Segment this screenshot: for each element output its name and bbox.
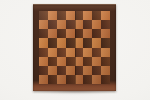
square-e2[interactable] bbox=[75, 66, 84, 75]
square-d3[interactable] bbox=[66, 57, 75, 66]
square-h6[interactable] bbox=[101, 29, 110, 38]
square-f5[interactable] bbox=[83, 38, 92, 47]
square-e1[interactable] bbox=[75, 75, 84, 84]
square-d1[interactable] bbox=[66, 75, 75, 84]
board-play-area bbox=[39, 11, 110, 84]
square-f1[interactable] bbox=[83, 75, 92, 84]
square-d5[interactable] bbox=[66, 38, 75, 47]
square-a1[interactable] bbox=[39, 75, 48, 84]
square-c1[interactable] bbox=[57, 75, 66, 84]
square-f7[interactable] bbox=[83, 20, 92, 29]
square-c4[interactable] bbox=[57, 48, 66, 57]
square-a3[interactable] bbox=[39, 57, 48, 66]
square-b4[interactable] bbox=[48, 48, 57, 57]
square-b6[interactable] bbox=[48, 29, 57, 38]
square-c8[interactable] bbox=[57, 11, 66, 20]
square-e5[interactable] bbox=[75, 38, 84, 47]
square-d7[interactable] bbox=[66, 20, 75, 29]
square-h8[interactable] bbox=[101, 11, 110, 20]
chessboard bbox=[33, 4, 116, 91]
square-a2[interactable] bbox=[39, 66, 48, 75]
square-g1[interactable] bbox=[92, 75, 101, 84]
square-e3[interactable] bbox=[75, 57, 84, 66]
square-c3[interactable] bbox=[57, 57, 66, 66]
square-a5[interactable] bbox=[39, 38, 48, 47]
square-b3[interactable] bbox=[48, 57, 57, 66]
square-g8[interactable] bbox=[92, 11, 101, 20]
square-e4[interactable] bbox=[75, 48, 84, 57]
square-f6[interactable] bbox=[83, 29, 92, 38]
board-fold-seam-icon bbox=[75, 11, 76, 84]
square-b5[interactable] bbox=[48, 38, 57, 47]
square-f3[interactable] bbox=[83, 57, 92, 66]
square-b2[interactable] bbox=[48, 66, 57, 75]
square-f8[interactable] bbox=[83, 11, 92, 20]
square-c6[interactable] bbox=[57, 29, 66, 38]
square-d4[interactable] bbox=[66, 48, 75, 57]
square-d2[interactable] bbox=[66, 66, 75, 75]
square-g5[interactable] bbox=[92, 38, 101, 47]
square-a7[interactable] bbox=[39, 20, 48, 29]
square-h1[interactable] bbox=[101, 75, 110, 84]
square-c7[interactable] bbox=[57, 20, 66, 29]
square-e7[interactable] bbox=[75, 20, 84, 29]
square-d6[interactable] bbox=[66, 29, 75, 38]
square-c5[interactable] bbox=[57, 38, 66, 47]
square-a8[interactable] bbox=[39, 11, 48, 20]
square-h4[interactable] bbox=[101, 48, 110, 57]
square-g4[interactable] bbox=[92, 48, 101, 57]
square-f4[interactable] bbox=[83, 48, 92, 57]
square-f2[interactable] bbox=[83, 66, 92, 75]
square-a6[interactable] bbox=[39, 29, 48, 38]
square-b7[interactable] bbox=[48, 20, 57, 29]
gallery-wall bbox=[0, 0, 150, 100]
square-g3[interactable] bbox=[92, 57, 101, 66]
square-h5[interactable] bbox=[101, 38, 110, 47]
square-c2[interactable] bbox=[57, 66, 66, 75]
square-h3[interactable] bbox=[101, 57, 110, 66]
square-a4[interactable] bbox=[39, 48, 48, 57]
square-h7[interactable] bbox=[101, 20, 110, 29]
square-b1[interactable] bbox=[48, 75, 57, 84]
square-h2[interactable] bbox=[101, 66, 110, 75]
square-d8[interactable] bbox=[66, 11, 75, 20]
square-e6[interactable] bbox=[75, 29, 84, 38]
square-e8[interactable] bbox=[75, 11, 84, 20]
square-g2[interactable] bbox=[92, 66, 101, 75]
square-b8[interactable] bbox=[48, 11, 57, 20]
square-g6[interactable] bbox=[92, 29, 101, 38]
square-g7[interactable] bbox=[92, 20, 101, 29]
